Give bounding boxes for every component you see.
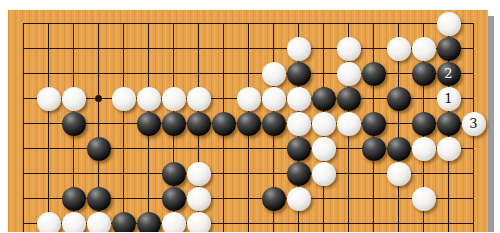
- stone-black[interactable]: [287, 137, 311, 161]
- stone-white[interactable]: [337, 37, 361, 61]
- stone-white[interactable]: [337, 112, 361, 136]
- stone-black[interactable]: [137, 212, 161, 233]
- go-board[interactable]: 213: [8, 10, 488, 232]
- move-number-label: 2: [444, 67, 452, 80]
- stone-black[interactable]: [62, 112, 86, 136]
- stone-white[interactable]: [187, 87, 211, 111]
- stone-white[interactable]: [312, 137, 336, 161]
- stone-white[interactable]: [262, 62, 286, 86]
- stone-white[interactable]: [437, 137, 461, 161]
- stone-white[interactable]: [187, 187, 211, 211]
- stone-white[interactable]: 3: [462, 112, 486, 136]
- stone-black[interactable]: [362, 137, 386, 161]
- stone-black[interactable]: [87, 137, 111, 161]
- stone-black[interactable]: [312, 87, 336, 111]
- stone-white[interactable]: [287, 112, 311, 136]
- stone-black[interactable]: [162, 187, 186, 211]
- stone-black[interactable]: [412, 112, 436, 136]
- stone-white[interactable]: [287, 187, 311, 211]
- stone-black[interactable]: [262, 187, 286, 211]
- stone-white[interactable]: [162, 212, 186, 233]
- stone-white[interactable]: [112, 87, 136, 111]
- stone-white[interactable]: [62, 212, 86, 233]
- stone-black[interactable]: [87, 187, 111, 211]
- stones-grid: 213: [11, 11, 486, 232]
- stone-white[interactable]: [37, 212, 61, 233]
- stone-white[interactable]: [387, 37, 411, 61]
- stone-black[interactable]: [187, 112, 211, 136]
- stone-white[interactable]: [137, 87, 161, 111]
- stone-black[interactable]: [137, 112, 161, 136]
- stone-white[interactable]: [162, 87, 186, 111]
- stone-white[interactable]: [387, 162, 411, 186]
- stone-white[interactable]: [412, 37, 436, 61]
- stone-black[interactable]: [412, 62, 436, 86]
- stone-black[interactable]: [387, 87, 411, 111]
- stone-white[interactable]: [237, 87, 261, 111]
- stone-white[interactable]: [412, 137, 436, 161]
- stone-black[interactable]: [337, 87, 361, 111]
- stone-white[interactable]: [37, 87, 61, 111]
- stone-black[interactable]: [162, 162, 186, 186]
- stone-white[interactable]: [312, 162, 336, 186]
- stone-black[interactable]: [212, 112, 236, 136]
- stone-black[interactable]: [287, 162, 311, 186]
- stone-black[interactable]: [237, 112, 261, 136]
- stone-black[interactable]: [262, 112, 286, 136]
- stone-white[interactable]: [187, 162, 211, 186]
- stone-white[interactable]: 1: [437, 87, 461, 111]
- go-game-screenshot: 213: [0, 0, 500, 232]
- move-number-label: 1: [444, 92, 452, 105]
- stone-black[interactable]: [362, 62, 386, 86]
- stone-white[interactable]: [262, 87, 286, 111]
- stone-black[interactable]: [437, 37, 461, 61]
- move-number-label: 3: [469, 117, 477, 130]
- stone-white[interactable]: [62, 87, 86, 111]
- stone-white[interactable]: [412, 187, 436, 211]
- stone-white[interactable]: [287, 37, 311, 61]
- stone-white[interactable]: [337, 62, 361, 86]
- stone-black[interactable]: [387, 137, 411, 161]
- stone-black[interactable]: [112, 212, 136, 233]
- stone-black[interactable]: [362, 112, 386, 136]
- stone-black[interactable]: [287, 62, 311, 86]
- stone-white[interactable]: [87, 212, 111, 233]
- stone-black[interactable]: [62, 187, 86, 211]
- stone-white[interactable]: [437, 12, 461, 36]
- stone-white[interactable]: [312, 112, 336, 136]
- stone-black[interactable]: [437, 112, 461, 136]
- stone-white[interactable]: [187, 212, 211, 233]
- stone-black[interactable]: 2: [437, 62, 461, 86]
- star-point: [95, 95, 102, 102]
- stone-white[interactable]: [287, 87, 311, 111]
- stone-black[interactable]: [162, 112, 186, 136]
